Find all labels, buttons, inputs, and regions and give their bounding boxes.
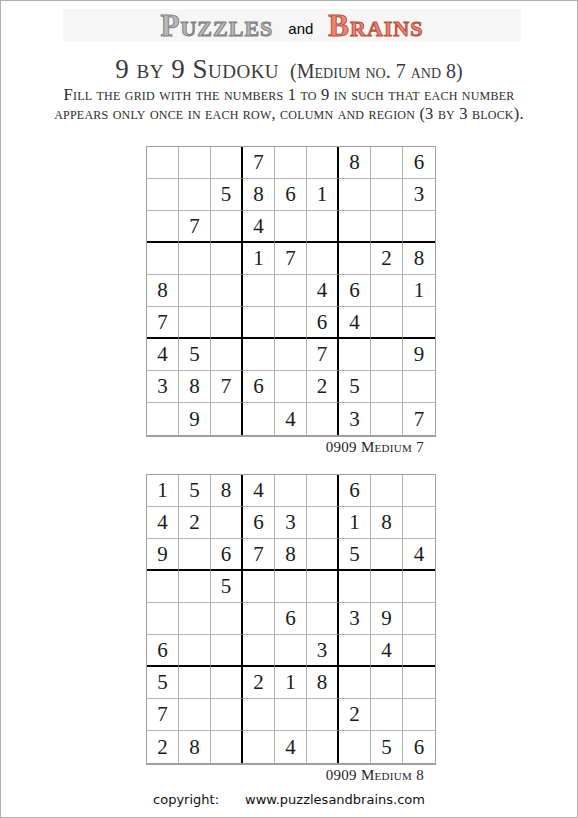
sudoku-cell[interactable] — [307, 539, 339, 571]
sudoku-cell[interactable] — [371, 371, 403, 403]
sudoku-cell[interactable] — [179, 243, 211, 275]
sudoku-cell: 4 — [371, 635, 403, 667]
sudoku-cell: 9 — [179, 403, 211, 435]
sudoku-cell: 6 — [243, 371, 275, 403]
copyright-label: copyright: — [153, 792, 219, 807]
sudoku-grid-2: 15846426318967854563963452187228456 — [146, 474, 436, 765]
sudoku-cell[interactable] — [147, 147, 179, 179]
sudoku-cell: 1 — [147, 475, 179, 507]
sudoku-cell: 6 — [275, 603, 307, 635]
worksheet-page: Puzzles and Brains 9 by 9 Sudoku (Medium… — [0, 0, 578, 818]
page-title: 9 by 9 Sudoku (Medium no. 7 and 8) — [1, 54, 577, 85]
sudoku-cell[interactable] — [307, 603, 339, 635]
sudoku-cell: 7 — [307, 339, 339, 371]
sudoku-cell[interactable] — [307, 211, 339, 243]
sudoku-cell[interactable] — [403, 603, 435, 635]
sudoku-cell[interactable] — [403, 635, 435, 667]
sudoku-cell: 1 — [307, 179, 339, 211]
sudoku-cell[interactable] — [371, 571, 403, 603]
sudoku-cell[interactable] — [243, 339, 275, 371]
sudoku-cell: 4 — [307, 275, 339, 307]
website-link[interactable]: www.puzzlesandbrains.com — [245, 792, 425, 807]
page-title-sub: (Medium no. 7 and 8) — [290, 60, 463, 82]
sudoku-cell: 5 — [371, 731, 403, 763]
sudoku-cell[interactable] — [211, 147, 243, 179]
sudoku-cell[interactable] — [275, 571, 307, 603]
sudoku-cell[interactable] — [339, 243, 371, 275]
sudoku-cell[interactable] — [307, 507, 339, 539]
sudoku-cell[interactable] — [179, 667, 211, 699]
sudoku-cell: 4 — [339, 307, 371, 339]
sudoku-cell: 4 — [243, 211, 275, 243]
sudoku-cell: 8 — [211, 475, 243, 507]
sudoku-cell[interactable] — [211, 275, 243, 307]
sudoku-cell: 5 — [179, 339, 211, 371]
sudoku-cell[interactable] — [403, 475, 435, 507]
sudoku-cell[interactable] — [179, 307, 211, 339]
sudoku-cell[interactable] — [211, 339, 243, 371]
sudoku-cell[interactable] — [243, 571, 275, 603]
sudoku-cell[interactable] — [179, 603, 211, 635]
sudoku-cell: 8 — [179, 731, 211, 763]
sudoku-cell[interactable] — [275, 635, 307, 667]
sudoku-cell[interactable] — [179, 147, 211, 179]
sudoku-cell: 1 — [403, 275, 435, 307]
instructions: Fill the grid with the numbers 1 to 9 in… — [1, 86, 577, 123]
sudoku-cell: 7 — [211, 371, 243, 403]
sudoku-cell[interactable] — [179, 179, 211, 211]
sudoku-cell: 6 — [403, 147, 435, 179]
sudoku-cell[interactable] — [339, 211, 371, 243]
sudoku-cell[interactable] — [147, 211, 179, 243]
sudoku-cell[interactable] — [371, 275, 403, 307]
sudoku-cell: 2 — [339, 699, 371, 731]
sudoku-grid-1: 78658613741728846176445793876259437 — [146, 146, 436, 437]
sudoku-cell: 3 — [339, 403, 371, 435]
sudoku-cell: 4 — [147, 507, 179, 539]
sudoku-cell[interactable] — [243, 307, 275, 339]
sudoku-cell: 9 — [403, 339, 435, 371]
logo-word-brains: Brains — [328, 11, 423, 41]
sudoku-cell[interactable] — [243, 403, 275, 435]
sudoku-cell[interactable] — [307, 147, 339, 179]
sudoku-cell: 7 — [147, 699, 179, 731]
sudoku-cell: 2 — [147, 731, 179, 763]
sudoku-cell[interactable] — [403, 371, 435, 403]
sudoku-cell: 8 — [275, 539, 307, 571]
sudoku-cell: 6 — [339, 475, 371, 507]
sudoku-cell[interactable] — [275, 147, 307, 179]
sudoku-cell[interactable] — [211, 507, 243, 539]
sudoku-cell: 7 — [243, 147, 275, 179]
sudoku-cell[interactable] — [339, 571, 371, 603]
sudoku-cell[interactable] — [275, 475, 307, 507]
sudoku-cell[interactable] — [211, 403, 243, 435]
sudoku-cell[interactable] — [211, 699, 243, 731]
sudoku-cell: 5 — [147, 667, 179, 699]
sudoku-cell[interactable] — [371, 667, 403, 699]
sudoku-cell: 6 — [147, 635, 179, 667]
sudoku-cell[interactable] — [211, 211, 243, 243]
sudoku-cell: 4 — [243, 475, 275, 507]
sudoku-cell: 7 — [403, 403, 435, 435]
sudoku-cell[interactable] — [339, 179, 371, 211]
sudoku-cell: 7 — [147, 307, 179, 339]
sudoku-cell[interactable] — [403, 571, 435, 603]
puzzle-medium-7: 78658613741728846176445793876259437 0909… — [146, 146, 437, 456]
sudoku-cell: 3 — [307, 635, 339, 667]
sudoku-cell: 8 — [403, 243, 435, 275]
sudoku-cell[interactable] — [371, 211, 403, 243]
sudoku-cell[interactable] — [275, 211, 307, 243]
sudoku-cell: 5 — [339, 539, 371, 571]
sudoku-cell[interactable] — [275, 339, 307, 371]
sudoku-cell[interactable] — [307, 731, 339, 763]
sudoku-cell[interactable] — [403, 507, 435, 539]
sudoku-cell[interactable] — [211, 243, 243, 275]
sudoku-cell[interactable] — [275, 275, 307, 307]
sudoku-cell[interactable] — [371, 403, 403, 435]
sudoku-cell: 8 — [307, 667, 339, 699]
sudoku-cell[interactable] — [243, 275, 275, 307]
sudoku-cell: 5 — [211, 179, 243, 211]
sudoku-cell[interactable] — [307, 571, 339, 603]
sudoku-cell[interactable] — [211, 603, 243, 635]
sudoku-cell: 6 — [307, 307, 339, 339]
sudoku-cell[interactable] — [147, 403, 179, 435]
sudoku-cell: 4 — [275, 403, 307, 435]
sudoku-cell: 6 — [211, 539, 243, 571]
sudoku-cell[interactable] — [243, 731, 275, 763]
sudoku-cell: 2 — [307, 371, 339, 403]
sudoku-cell: 7 — [243, 539, 275, 571]
sudoku-cell: 8 — [243, 179, 275, 211]
logo-banner: Puzzles and Brains — [63, 9, 521, 42]
sudoku-cell[interactable] — [339, 731, 371, 763]
sudoku-cell: 3 — [147, 371, 179, 403]
sudoku-cell[interactable] — [275, 371, 307, 403]
sudoku-cell[interactable] — [243, 635, 275, 667]
instructions-line-2: appears only once in each row, column an… — [1, 105, 577, 124]
sudoku-cell: 2 — [243, 667, 275, 699]
sudoku-cell[interactable] — [243, 603, 275, 635]
logo-word-puzzles: Puzzles — [161, 11, 274, 41]
sudoku-cell: 8 — [339, 147, 371, 179]
sudoku-cell[interactable] — [211, 731, 243, 763]
sudoku-cell[interactable] — [307, 243, 339, 275]
sudoku-cell[interactable] — [147, 179, 179, 211]
sudoku-cell[interactable] — [371, 307, 403, 339]
sudoku-cell: 3 — [275, 507, 307, 539]
sudoku-cell[interactable] — [307, 403, 339, 435]
sudoku-cell[interactable] — [275, 307, 307, 339]
sudoku-cell: 4 — [275, 731, 307, 763]
sudoku-cell: 2 — [371, 243, 403, 275]
sudoku-cell[interactable] — [403, 699, 435, 731]
sudoku-cell[interactable] — [307, 699, 339, 731]
sudoku-cell: 4 — [147, 339, 179, 371]
sudoku-cell: 1 — [339, 507, 371, 539]
sudoku-cell[interactable] — [339, 339, 371, 371]
sudoku-cell: 6 — [403, 731, 435, 763]
sudoku-cell: 8 — [147, 275, 179, 307]
sudoku-cell: 9 — [147, 539, 179, 571]
footer-copyright: copyright:www.puzzlesandbrains.com — [1, 792, 577, 807]
sudoku-cell[interactable] — [147, 243, 179, 275]
sudoku-cell[interactable] — [403, 307, 435, 339]
instructions-line-1: Fill the grid with the numbers 1 to 9 in… — [1, 86, 577, 105]
sudoku-cell: 9 — [371, 603, 403, 635]
sudoku-cell: 3 — [403, 179, 435, 211]
sudoku-cell[interactable] — [179, 571, 211, 603]
puzzle-medium-8: 15846426318967854563963452187228456 0909… — [146, 474, 437, 784]
sudoku-cell: 4 — [403, 539, 435, 571]
sudoku-cell[interactable] — [179, 539, 211, 571]
sudoku-cell[interactable] — [275, 699, 307, 731]
sudoku-cell[interactable] — [243, 699, 275, 731]
sudoku-cell[interactable] — [147, 571, 179, 603]
sudoku-cell: 2 — [179, 507, 211, 539]
puzzle-caption-1: 0909 Medium 7 — [146, 439, 437, 456]
page-title-main: 9 by 9 Sudoku — [115, 54, 279, 84]
sudoku-cell[interactable] — [339, 667, 371, 699]
sudoku-cell: 5 — [179, 475, 211, 507]
sudoku-cell[interactable] — [211, 307, 243, 339]
sudoku-cell[interactable] — [211, 635, 243, 667]
sudoku-cell: 8 — [371, 507, 403, 539]
sudoku-cell[interactable] — [371, 699, 403, 731]
sudoku-cell[interactable] — [371, 539, 403, 571]
sudoku-cell[interactable] — [339, 635, 371, 667]
sudoku-cell: 8 — [179, 371, 211, 403]
sudoku-cell: 7 — [275, 243, 307, 275]
sudoku-cell[interactable] — [179, 699, 211, 731]
sudoku-cell: 1 — [243, 243, 275, 275]
sudoku-cell[interactable] — [403, 211, 435, 243]
sudoku-cell[interactable] — [147, 603, 179, 635]
sudoku-cell: 6 — [339, 275, 371, 307]
sudoku-cell: 3 — [339, 603, 371, 635]
sudoku-cell: 6 — [275, 179, 307, 211]
puzzle-caption-2: 0909 Medium 8 — [146, 767, 437, 784]
sudoku-cell[interactable] — [211, 667, 243, 699]
sudoku-cell: 5 — [339, 371, 371, 403]
sudoku-cell: 1 — [275, 667, 307, 699]
sudoku-cell[interactable] — [371, 339, 403, 371]
sudoku-cell[interactable] — [371, 147, 403, 179]
sudoku-cell[interactable] — [179, 275, 211, 307]
sudoku-cell: 6 — [243, 507, 275, 539]
sudoku-cell: 5 — [211, 571, 243, 603]
sudoku-cell[interactable] — [371, 475, 403, 507]
logo-word-and: and — [288, 20, 313, 37]
sudoku-cell: 7 — [179, 211, 211, 243]
sudoku-cell[interactable] — [307, 475, 339, 507]
sudoku-cell[interactable] — [371, 179, 403, 211]
sudoku-cell[interactable] — [179, 635, 211, 667]
sudoku-cell[interactable] — [403, 667, 435, 699]
